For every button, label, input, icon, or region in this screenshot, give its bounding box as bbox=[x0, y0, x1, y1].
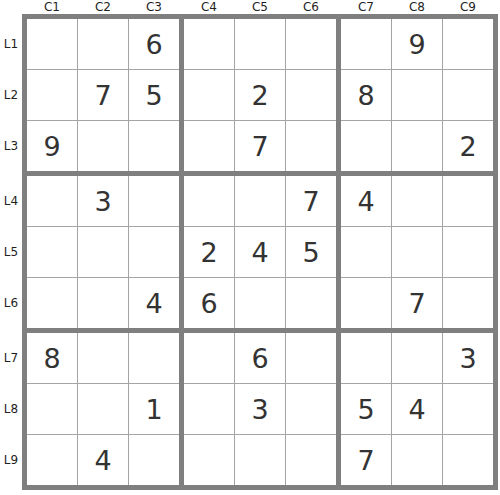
sudoku-board: 675927982347245647814633547 bbox=[22, 14, 498, 490]
cell-L6C6[interactable] bbox=[286, 278, 336, 328]
cell-L9C6[interactable] bbox=[286, 435, 336, 485]
row-label-L7: L7 bbox=[0, 333, 22, 383]
cell-L2C5[interactable]: 2 bbox=[235, 70, 285, 120]
row-label-L4: L4 bbox=[0, 176, 22, 226]
cell-L3C6[interactable] bbox=[286, 121, 336, 171]
row-label-L5: L5 bbox=[0, 227, 22, 277]
cell-L3C5[interactable]: 7 bbox=[235, 121, 285, 171]
cell-L1C4[interactable] bbox=[184, 19, 234, 69]
row-label-L8: L8 bbox=[0, 384, 22, 434]
row-label-group: L4L5L6 bbox=[0, 176, 22, 328]
cell-L8C4[interactable] bbox=[184, 384, 234, 434]
row-label-group: L1L2L3 bbox=[0, 19, 22, 171]
cell-L6C8[interactable]: 7 bbox=[392, 278, 442, 328]
cell-L6C3[interactable]: 4 bbox=[129, 278, 179, 328]
cell-L8C2[interactable] bbox=[78, 384, 128, 434]
cell-L5C5[interactable]: 4 bbox=[235, 227, 285, 277]
col-label-C7: C7 bbox=[341, 0, 391, 14]
cell-L6C5[interactable] bbox=[235, 278, 285, 328]
cell-L2C4[interactable] bbox=[184, 70, 234, 120]
row-label-group: L7L8L9 bbox=[0, 333, 22, 485]
col-label-group: C1C2C3 bbox=[27, 0, 179, 14]
cell-L1C7[interactable] bbox=[341, 19, 391, 69]
sudoku-box-3: 982 bbox=[341, 19, 493, 171]
cell-L5C9[interactable] bbox=[443, 227, 493, 277]
sudoku-box-7: 814 bbox=[27, 333, 179, 485]
col-label-group: C4C5C6 bbox=[184, 0, 336, 14]
cell-L8C3[interactable]: 1 bbox=[129, 384, 179, 434]
cell-L1C2[interactable] bbox=[78, 19, 128, 69]
cell-L3C4[interactable] bbox=[184, 121, 234, 171]
cell-L7C5[interactable]: 6 bbox=[235, 333, 285, 383]
cell-L8C8[interactable]: 4 bbox=[392, 384, 442, 434]
col-label-C4: C4 bbox=[184, 0, 234, 14]
sudoku-box-9: 3547 bbox=[341, 333, 493, 485]
cell-L2C7[interactable]: 8 bbox=[341, 70, 391, 120]
cell-L2C6[interactable] bbox=[286, 70, 336, 120]
row-label-L3: L3 bbox=[0, 121, 22, 171]
col-label-C9: C9 bbox=[443, 0, 493, 14]
cell-L3C2[interactable] bbox=[78, 121, 128, 171]
cell-L7C1[interactable]: 8 bbox=[27, 333, 77, 383]
cell-L7C4[interactable] bbox=[184, 333, 234, 383]
cell-L1C1[interactable] bbox=[27, 19, 77, 69]
col-label-group: C7C8C9 bbox=[341, 0, 493, 14]
cell-L3C8[interactable] bbox=[392, 121, 442, 171]
cell-L9C1[interactable] bbox=[27, 435, 77, 485]
cell-L6C9[interactable] bbox=[443, 278, 493, 328]
row-label-L9: L9 bbox=[0, 435, 22, 485]
cell-L8C5[interactable]: 3 bbox=[235, 384, 285, 434]
sudoku-box-1: 6759 bbox=[27, 19, 179, 171]
sudoku-page: C1C2C3C4C5C6C7C8C9 L1L2L3L4L5L6L7L8L9 67… bbox=[0, 0, 500, 495]
cell-L1C8[interactable]: 9 bbox=[392, 19, 442, 69]
cell-L9C7[interactable]: 7 bbox=[341, 435, 391, 485]
cell-L5C2[interactable] bbox=[78, 227, 128, 277]
cell-L2C1[interactable] bbox=[27, 70, 77, 120]
col-label-C5: C5 bbox=[235, 0, 285, 14]
board-area: L1L2L3L4L5L6L7L8L9 675927982347245647814… bbox=[0, 14, 500, 490]
cell-L7C7[interactable] bbox=[341, 333, 391, 383]
cell-L4C7[interactable]: 4 bbox=[341, 176, 391, 226]
cell-L1C9[interactable] bbox=[443, 19, 493, 69]
col-label-C2: C2 bbox=[78, 0, 128, 14]
cell-L5C3[interactable] bbox=[129, 227, 179, 277]
cell-L4C4[interactable] bbox=[184, 176, 234, 226]
cell-L1C5[interactable] bbox=[235, 19, 285, 69]
cell-L5C8[interactable] bbox=[392, 227, 442, 277]
cell-L2C9[interactable] bbox=[443, 70, 493, 120]
cell-L4C3[interactable] bbox=[129, 176, 179, 226]
row-labels: L1L2L3L4L5L6L7L8L9 bbox=[0, 14, 22, 490]
cell-L7C3[interactable] bbox=[129, 333, 179, 383]
cell-L4C2[interactable]: 3 bbox=[78, 176, 128, 226]
sudoku-box-6: 47 bbox=[341, 176, 493, 328]
cell-L7C2[interactable] bbox=[78, 333, 128, 383]
cell-L8C7[interactable]: 5 bbox=[341, 384, 391, 434]
cell-L1C6[interactable] bbox=[286, 19, 336, 69]
cell-L4C9[interactable] bbox=[443, 176, 493, 226]
cell-L3C7[interactable] bbox=[341, 121, 391, 171]
cell-L7C6[interactable] bbox=[286, 333, 336, 383]
cell-L9C5[interactable] bbox=[235, 435, 285, 485]
cell-L9C8[interactable] bbox=[392, 435, 442, 485]
cell-L9C9[interactable] bbox=[443, 435, 493, 485]
cell-L9C2[interactable]: 4 bbox=[78, 435, 128, 485]
col-label-C1: C1 bbox=[27, 0, 77, 14]
cell-L5C4[interactable]: 2 bbox=[184, 227, 234, 277]
column-labels: C1C2C3C4C5C6C7C8C9 bbox=[27, 0, 500, 14]
cell-L6C7[interactable] bbox=[341, 278, 391, 328]
sudoku-box-2: 27 bbox=[184, 19, 336, 171]
cell-L7C9[interactable]: 3 bbox=[443, 333, 493, 383]
cell-L4C5[interactable] bbox=[235, 176, 285, 226]
cell-L9C3[interactable] bbox=[129, 435, 179, 485]
sudoku-box-5: 72456 bbox=[184, 176, 336, 328]
cell-L8C9[interactable] bbox=[443, 384, 493, 434]
sudoku-box-4: 34 bbox=[27, 176, 179, 328]
row-label-L1: L1 bbox=[0, 19, 22, 69]
cell-L7C8[interactable] bbox=[392, 333, 442, 383]
cell-L3C1[interactable]: 9 bbox=[27, 121, 77, 171]
col-label-C6: C6 bbox=[286, 0, 336, 14]
cell-L3C3[interactable] bbox=[129, 121, 179, 171]
cell-L2C2[interactable]: 7 bbox=[78, 70, 128, 120]
cell-L5C7[interactable] bbox=[341, 227, 391, 277]
cell-L1C3[interactable]: 6 bbox=[129, 19, 179, 69]
cell-L6C2[interactable] bbox=[78, 278, 128, 328]
cell-L8C1[interactable] bbox=[27, 384, 77, 434]
row-label-L6: L6 bbox=[0, 278, 22, 328]
col-label-C3: C3 bbox=[129, 0, 179, 14]
cell-L6C1[interactable] bbox=[27, 278, 77, 328]
cell-L2C3[interactable]: 5 bbox=[129, 70, 179, 120]
cell-L6C4[interactable]: 6 bbox=[184, 278, 234, 328]
cell-L3C9[interactable]: 2 bbox=[443, 121, 493, 171]
cell-L4C1[interactable] bbox=[27, 176, 77, 226]
cell-L9C4[interactable] bbox=[184, 435, 234, 485]
row-label-L2: L2 bbox=[0, 70, 22, 120]
cell-L8C6[interactable] bbox=[286, 384, 336, 434]
sudoku-box-8: 63 bbox=[184, 333, 336, 485]
col-label-C8: C8 bbox=[392, 0, 442, 14]
cell-L2C8[interactable] bbox=[392, 70, 442, 120]
cell-L5C1[interactable] bbox=[27, 227, 77, 277]
cell-L4C6[interactable]: 7 bbox=[286, 176, 336, 226]
cell-L5C6[interactable]: 5 bbox=[286, 227, 336, 277]
cell-L4C8[interactable] bbox=[392, 176, 442, 226]
